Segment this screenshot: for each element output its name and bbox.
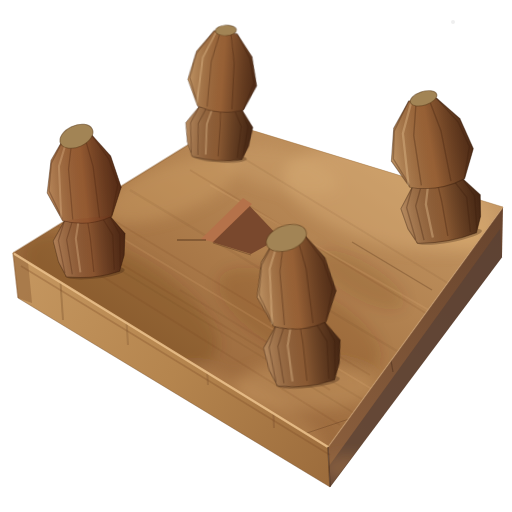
background-speck [451, 20, 455, 24]
board-photo: ♟♟♟♟ [0, 0, 512, 512]
piece-back-corner[interactable] [182, 22, 261, 165]
scene-svg [0, 0, 512, 512]
